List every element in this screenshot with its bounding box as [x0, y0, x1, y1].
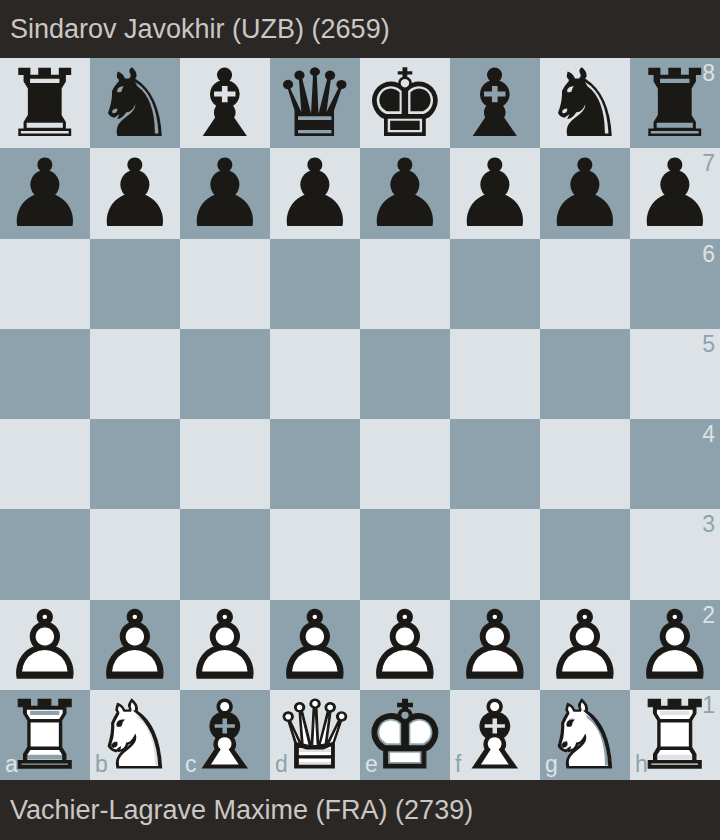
- piece-white-pawn[interactable]: ♟♙: [90, 600, 180, 690]
- white-piece-fill-glyph: ♟: [0, 601, 90, 691]
- black-piece-glyph: ♛: [270, 59, 360, 149]
- black-piece-glyph: ♝: [450, 59, 540, 149]
- top-player-label: Sindarov Javokhir (UZB) (2659): [10, 14, 390, 45]
- white-piece-outline-glyph: ♙: [270, 601, 360, 691]
- file-label-h: h: [635, 753, 648, 776]
- square-g3[interactable]: [540, 509, 630, 599]
- square-c1[interactable]: ♝♗c: [180, 690, 270, 780]
- piece-white-pawn[interactable]: ♟♙: [450, 600, 540, 690]
- white-piece-outline-glyph: ♙: [360, 601, 450, 691]
- rank-label-7: 7: [702, 152, 715, 175]
- square-f4[interactable]: [450, 419, 540, 509]
- rank-label-4: 4: [702, 423, 715, 446]
- white-piece-outline-glyph: ♙: [180, 601, 270, 691]
- square-e1[interactable]: ♚♔e: [360, 690, 450, 780]
- square-g5[interactable]: [540, 329, 630, 419]
- black-piece-glyph: ♚: [360, 59, 450, 149]
- black-piece-glyph: ♜: [0, 59, 90, 149]
- square-b3[interactable]: [90, 509, 180, 599]
- square-a3[interactable]: [0, 509, 90, 599]
- piece-white-pawn[interactable]: ♟♙: [270, 600, 360, 690]
- square-e3[interactable]: [360, 509, 450, 599]
- square-h7[interactable]: ♟7: [630, 148, 720, 238]
- white-piece-outline-glyph: ♙: [450, 601, 540, 691]
- black-piece-glyph: ♟: [270, 149, 360, 239]
- square-d6[interactable]: [270, 239, 360, 329]
- piece-black-bishop[interactable]: ♝: [450, 58, 540, 148]
- top-player-bar: Sindarov Javokhir (UZB) (2659): [0, 0, 720, 58]
- piece-black-knight[interactable]: ♞: [90, 58, 180, 148]
- black-piece-glyph: ♞: [540, 59, 630, 149]
- chess-board[interactable]: ♜♞♝♛♚♝♞♜8♟♟♟♟♟♟♟♟76543♟♙♟♙♟♙♟♙♟♙♟♙♟♙♟♙2♜…: [0, 58, 720, 780]
- square-e7[interactable]: ♟: [360, 148, 450, 238]
- square-d5[interactable]: [270, 329, 360, 419]
- square-h2[interactable]: ♟♙2: [630, 600, 720, 690]
- square-g6[interactable]: [540, 239, 630, 329]
- square-f1[interactable]: ♝♗f: [450, 690, 540, 780]
- square-c2[interactable]: ♟♙: [180, 600, 270, 690]
- white-piece-outline-glyph: ♙: [540, 601, 630, 691]
- black-piece-glyph: ♞: [90, 59, 180, 149]
- piece-black-knight[interactable]: ♞: [540, 58, 630, 148]
- black-piece-glyph: ♟: [180, 149, 270, 239]
- square-g4[interactable]: [540, 419, 630, 509]
- square-a5[interactable]: [0, 329, 90, 419]
- piece-black-pawn[interactable]: ♟: [180, 148, 270, 238]
- square-f8[interactable]: ♝: [450, 58, 540, 148]
- square-d4[interactable]: [270, 419, 360, 509]
- white-piece-fill-glyph: ♟: [90, 601, 180, 691]
- square-b6[interactable]: [90, 239, 180, 329]
- square-d3[interactable]: [270, 509, 360, 599]
- square-e2[interactable]: ♟♙: [360, 600, 450, 690]
- piece-white-pawn[interactable]: ♟♙: [540, 600, 630, 690]
- rank-label-5: 5: [702, 333, 715, 356]
- square-a7[interactable]: ♟: [0, 148, 90, 238]
- white-piece-fill-glyph: ♟: [540, 601, 630, 691]
- square-h6[interactable]: 6: [630, 239, 720, 329]
- white-piece-outline-glyph: ♙: [90, 601, 180, 691]
- white-piece-outline-glyph: ♙: [0, 601, 90, 691]
- piece-black-pawn[interactable]: ♟: [540, 148, 630, 238]
- piece-black-king[interactable]: ♚: [360, 58, 450, 148]
- black-piece-glyph: ♟: [450, 149, 540, 239]
- piece-white-bishop[interactable]: ♝♗: [450, 690, 540, 780]
- square-h4[interactable]: 4: [630, 419, 720, 509]
- square-d2[interactable]: ♟♙: [270, 600, 360, 690]
- square-g1[interactable]: ♞♘g: [540, 690, 630, 780]
- square-g2[interactable]: ♟♙: [540, 600, 630, 690]
- square-d1[interactable]: ♛♕d: [270, 690, 360, 780]
- rank-label-8: 8: [702, 62, 715, 85]
- square-f5[interactable]: [450, 329, 540, 419]
- square-a2[interactable]: ♟♙: [0, 600, 90, 690]
- piece-black-bishop[interactable]: ♝: [180, 58, 270, 148]
- square-f7[interactable]: ♟: [450, 148, 540, 238]
- bottom-player-bar: Vachier-Lagrave Maxime (FRA) (2739): [0, 780, 720, 840]
- square-e6[interactable]: [360, 239, 450, 329]
- square-f6[interactable]: [450, 239, 540, 329]
- square-e5[interactable]: [360, 329, 450, 419]
- chess-broadcast-app: Sindarov Javokhir (UZB) (2659) ♜♞♝♛♚♝♞♜8…: [0, 0, 720, 840]
- square-a8[interactable]: ♜: [0, 58, 90, 148]
- square-e4[interactable]: [360, 419, 450, 509]
- square-g7[interactable]: ♟: [540, 148, 630, 238]
- piece-black-pawn[interactable]: ♟: [270, 148, 360, 238]
- square-d8[interactable]: ♛: [270, 58, 360, 148]
- piece-black-rook[interactable]: ♜: [0, 58, 90, 148]
- white-piece-outline-glyph: ♗: [450, 691, 540, 781]
- square-f3[interactable]: [450, 509, 540, 599]
- rank-label-2: 2: [702, 604, 715, 627]
- piece-white-pawn[interactable]: ♟♙: [0, 600, 90, 690]
- piece-white-pawn[interactable]: ♟♙: [360, 600, 450, 690]
- file-label-g: g: [545, 753, 558, 776]
- black-piece-glyph: ♝: [180, 59, 270, 149]
- piece-white-pawn[interactable]: ♟♙: [180, 600, 270, 690]
- piece-black-queen[interactable]: ♛: [270, 58, 360, 148]
- piece-black-pawn[interactable]: ♟: [450, 148, 540, 238]
- square-a6[interactable]: [0, 239, 90, 329]
- file-label-d: d: [275, 753, 288, 776]
- square-b2[interactable]: ♟♙: [90, 600, 180, 690]
- black-piece-glyph: ♟: [0, 149, 90, 239]
- square-b8[interactable]: ♞: [90, 58, 180, 148]
- square-h1[interactable]: ♜♖1h: [630, 690, 720, 780]
- white-piece-fill-glyph: ♝: [450, 691, 540, 781]
- file-label-a: a: [5, 753, 18, 776]
- file-label-b: b: [95, 753, 108, 776]
- square-h3[interactable]: 3: [630, 509, 720, 599]
- square-h5[interactable]: 5: [630, 329, 720, 419]
- square-e8[interactable]: ♚: [360, 58, 450, 148]
- white-piece-fill-glyph: ♟: [180, 601, 270, 691]
- file-label-e: e: [365, 753, 378, 776]
- square-b5[interactable]: [90, 329, 180, 419]
- square-d7[interactable]: ♟: [270, 148, 360, 238]
- square-c6[interactable]: [180, 239, 270, 329]
- black-piece-glyph: ♟: [90, 149, 180, 239]
- black-piece-glyph: ♟: [360, 149, 450, 239]
- square-a4[interactable]: [0, 419, 90, 509]
- piece-black-pawn[interactable]: ♟: [360, 148, 450, 238]
- square-b1[interactable]: ♞♘b: [90, 690, 180, 780]
- piece-black-pawn[interactable]: ♟: [90, 148, 180, 238]
- rank-label-6: 6: [702, 243, 715, 266]
- square-c3[interactable]: [180, 509, 270, 599]
- white-piece-fill-glyph: ♟: [270, 601, 360, 691]
- black-piece-glyph: ♟: [540, 149, 630, 239]
- square-f2[interactable]: ♟♙: [450, 600, 540, 690]
- rank-label-1: 1: [702, 694, 715, 717]
- square-h8[interactable]: ♜8: [630, 58, 720, 148]
- file-label-f: f: [455, 753, 461, 776]
- white-piece-fill-glyph: ♟: [360, 601, 450, 691]
- square-c5[interactable]: [180, 329, 270, 419]
- square-g8[interactable]: ♞: [540, 58, 630, 148]
- square-a1[interactable]: ♜♖a: [0, 690, 90, 780]
- square-b4[interactable]: [90, 419, 180, 509]
- file-label-c: c: [185, 753, 197, 776]
- piece-black-pawn[interactable]: ♟: [0, 148, 90, 238]
- square-c4[interactable]: [180, 419, 270, 509]
- rank-label-3: 3: [702, 513, 715, 536]
- white-piece-fill-glyph: ♟: [450, 601, 540, 691]
- bottom-player-label: Vachier-Lagrave Maxime (FRA) (2739): [10, 795, 473, 826]
- square-c7[interactable]: ♟: [180, 148, 270, 238]
- square-b7[interactable]: ♟: [90, 148, 180, 238]
- square-c8[interactable]: ♝: [180, 58, 270, 148]
